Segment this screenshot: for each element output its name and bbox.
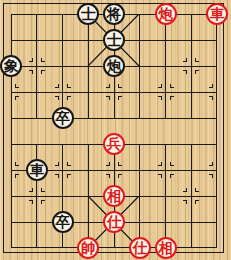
piece-red-general[interactable]: 帥 xyxy=(77,237,99,259)
board-cell xyxy=(191,118,217,144)
point-marker-corner xyxy=(29,188,33,192)
xiangqi-board[interactable]: 士将炮車士象炮卒兵車相卒仕帥仕相 xyxy=(0,0,231,260)
piece-black-elephant[interactable]: 象 xyxy=(0,55,22,77)
board-cell xyxy=(139,118,165,144)
board-cell xyxy=(139,196,165,222)
board-cell xyxy=(139,40,165,66)
piece-red-chariot[interactable]: 車 xyxy=(206,3,228,25)
board-cell xyxy=(165,118,191,144)
point-marker-corner xyxy=(106,96,110,100)
piece-red-elephant[interactable]: 相 xyxy=(155,237,177,259)
point-marker-corner xyxy=(15,162,19,166)
point-marker-corner xyxy=(183,200,187,204)
point-marker-corner xyxy=(55,84,59,88)
piece-red-soldier[interactable]: 兵 xyxy=(103,133,125,155)
point-marker-corner xyxy=(55,96,59,100)
point-marker-corner xyxy=(55,162,59,166)
point-marker-corner xyxy=(170,174,174,178)
point-marker-corner xyxy=(15,174,19,178)
piece-black-soldier[interactable]: 卒 xyxy=(52,107,74,129)
board-cell xyxy=(11,222,37,248)
point-marker-corner xyxy=(118,162,122,166)
point-marker-corner xyxy=(118,96,122,100)
point-marker-corner xyxy=(158,84,162,88)
board-cell xyxy=(36,14,62,40)
point-marker-corner xyxy=(170,96,174,100)
point-marker-corner xyxy=(158,96,162,100)
point-marker-corner xyxy=(209,84,213,88)
point-marker-corner xyxy=(118,174,122,178)
point-marker-corner xyxy=(183,188,187,192)
point-marker-corner xyxy=(55,174,59,178)
point-marker-corner xyxy=(29,70,33,74)
point-marker-corner xyxy=(158,162,162,166)
point-marker-corner xyxy=(29,200,33,204)
point-marker-corner xyxy=(41,70,45,74)
piece-black-soldier[interactable]: 卒 xyxy=(52,211,74,233)
point-marker-corner xyxy=(67,162,71,166)
piece-black-advisor[interactable]: 士 xyxy=(77,3,99,25)
board-cell xyxy=(62,40,88,66)
point-marker-corner xyxy=(106,84,110,88)
point-marker-corner xyxy=(41,58,45,62)
point-marker-corner xyxy=(195,188,199,192)
board-cell xyxy=(11,118,37,144)
point-marker-corner xyxy=(106,174,110,178)
point-marker-corner xyxy=(29,58,33,62)
point-marker-corner xyxy=(158,174,162,178)
point-marker-corner xyxy=(170,84,174,88)
piece-red-elephant[interactable]: 相 xyxy=(103,185,125,207)
point-marker-corner xyxy=(209,174,213,178)
point-marker-corner xyxy=(15,84,19,88)
point-marker-corner xyxy=(183,70,187,74)
point-marker-corner xyxy=(41,200,45,204)
piece-red-advisor[interactable]: 仕 xyxy=(129,237,151,259)
point-marker-corner xyxy=(195,200,199,204)
point-marker-corner xyxy=(67,84,71,88)
piece-black-advisor[interactable]: 士 xyxy=(103,29,125,51)
point-marker-corner xyxy=(41,188,45,192)
point-marker-corner xyxy=(15,96,19,100)
piece-black-general[interactable]: 将 xyxy=(103,3,125,25)
board-cell xyxy=(11,14,37,40)
point-marker-corner xyxy=(195,58,199,62)
piece-red-advisor[interactable]: 仕 xyxy=(103,211,125,233)
point-marker-corner xyxy=(209,96,213,100)
piece-black-chariot[interactable]: 車 xyxy=(26,159,48,181)
point-marker-corner xyxy=(67,96,71,100)
point-marker-corner xyxy=(118,84,122,88)
piece-red-cannon[interactable]: 炮 xyxy=(155,3,177,25)
point-marker-corner xyxy=(106,162,110,166)
point-marker-corner xyxy=(183,58,187,62)
board-cell xyxy=(191,222,217,248)
point-marker-corner xyxy=(209,162,213,166)
point-marker-corner xyxy=(170,162,174,166)
point-marker-corner xyxy=(67,174,71,178)
point-marker-corner xyxy=(195,70,199,74)
piece-black-cannon[interactable]: 炮 xyxy=(103,55,125,77)
